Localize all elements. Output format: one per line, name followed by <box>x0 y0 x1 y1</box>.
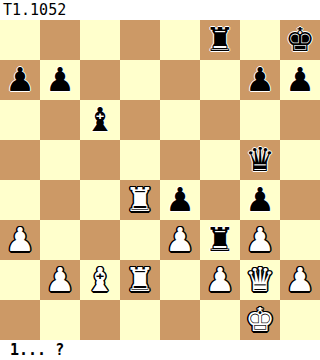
square-a1[interactable] <box>0 300 40 340</box>
square-b1[interactable] <box>40 300 80 340</box>
square-d2[interactable]: ♜ <box>120 260 160 300</box>
square-e7[interactable] <box>160 60 200 100</box>
piece-black-pawn-a7: ♟ <box>0 60 40 100</box>
square-h2[interactable]: ♟ <box>280 260 320 300</box>
square-e2[interactable] <box>160 260 200 300</box>
square-a7[interactable]: ♟ <box>0 60 40 100</box>
square-e5[interactable] <box>160 140 200 180</box>
square-f5[interactable] <box>200 140 240 180</box>
piece-black-bishop-c6: ♝ <box>80 100 120 140</box>
square-g7[interactable]: ♟ <box>240 60 280 100</box>
square-g3[interactable]: ♟ <box>240 220 280 260</box>
square-c2[interactable]: ♝ <box>80 260 120 300</box>
piece-black-king-h8: ♚ <box>280 20 320 60</box>
square-a2[interactable] <box>0 260 40 300</box>
square-b2[interactable]: ♟ <box>40 260 80 300</box>
square-c3[interactable] <box>80 220 120 260</box>
chess-board: ♜♚♟♟♟♟♝♛♜♟♟♟♟♜♟♟♝♜♟♛♟♚ <box>0 20 320 340</box>
square-d8[interactable] <box>120 20 160 60</box>
square-e1[interactable] <box>160 300 200 340</box>
piece-white-pawn-b2: ♟ <box>40 260 80 300</box>
square-f2[interactable]: ♟ <box>200 260 240 300</box>
square-g8[interactable] <box>240 20 280 60</box>
square-b5[interactable] <box>40 140 80 180</box>
square-f7[interactable] <box>200 60 240 100</box>
square-h8[interactable]: ♚ <box>280 20 320 60</box>
square-c1[interactable] <box>80 300 120 340</box>
square-b7[interactable]: ♟ <box>40 60 80 100</box>
piece-white-rook-d2: ♜ <box>120 260 160 300</box>
square-f6[interactable] <box>200 100 240 140</box>
square-d7[interactable] <box>120 60 160 100</box>
square-a5[interactable] <box>0 140 40 180</box>
square-b3[interactable] <box>40 220 80 260</box>
square-c7[interactable] <box>80 60 120 100</box>
square-g1[interactable]: ♚ <box>240 300 280 340</box>
square-g5[interactable]: ♛ <box>240 140 280 180</box>
piece-white-king-g1: ♚ <box>240 300 280 340</box>
square-c5[interactable] <box>80 140 120 180</box>
square-f1[interactable] <box>200 300 240 340</box>
piece-white-pawn-f2: ♟ <box>200 260 240 300</box>
square-f4[interactable] <box>200 180 240 220</box>
piece-white-pawn-a3: ♟ <box>0 220 40 260</box>
square-h5[interactable] <box>280 140 320 180</box>
square-a6[interactable] <box>0 100 40 140</box>
square-e3[interactable]: ♟ <box>160 220 200 260</box>
square-f8[interactable]: ♜ <box>200 20 240 60</box>
piece-black-pawn-g4: ♟ <box>240 180 280 220</box>
square-d5[interactable] <box>120 140 160 180</box>
piece-black-queen-g5: ♛ <box>240 140 280 180</box>
piece-white-rook-d4: ♜ <box>120 180 160 220</box>
square-g4[interactable]: ♟ <box>240 180 280 220</box>
square-e6[interactable] <box>160 100 200 140</box>
piece-white-pawn-h2: ♟ <box>280 260 320 300</box>
square-c6[interactable]: ♝ <box>80 100 120 140</box>
square-c4[interactable] <box>80 180 120 220</box>
square-f3[interactable]: ♜ <box>200 220 240 260</box>
square-d4[interactable]: ♜ <box>120 180 160 220</box>
square-d6[interactable] <box>120 100 160 140</box>
piece-white-pawn-g3: ♟ <box>240 220 280 260</box>
square-d3[interactable] <box>120 220 160 260</box>
square-a8[interactable] <box>0 20 40 60</box>
piece-white-pawn-e3: ♟ <box>160 220 200 260</box>
square-h6[interactable] <box>280 100 320 140</box>
square-d1[interactable] <box>120 300 160 340</box>
square-c8[interactable] <box>80 20 120 60</box>
piece-white-queen-g2: ♛ <box>240 260 280 300</box>
piece-white-bishop-c2: ♝ <box>80 260 120 300</box>
square-h1[interactable] <box>280 300 320 340</box>
square-b8[interactable] <box>40 20 80 60</box>
piece-black-rook-f3: ♜ <box>200 220 240 260</box>
piece-black-pawn-e4: ♟ <box>160 180 200 220</box>
square-b6[interactable] <box>40 100 80 140</box>
square-g6[interactable] <box>240 100 280 140</box>
square-b4[interactable] <box>40 180 80 220</box>
puzzle-title: T1.1052 <box>0 0 320 20</box>
piece-black-pawn-b7: ♟ <box>40 60 80 100</box>
piece-black-pawn-g7: ♟ <box>240 60 280 100</box>
square-e8[interactable] <box>160 20 200 60</box>
piece-black-rook-f8: ♜ <box>200 20 240 60</box>
piece-black-pawn-h7: ♟ <box>280 60 320 100</box>
move-prompt: 1... ? <box>0 340 320 360</box>
chess-puzzle-app: T1.1052 ♜♚♟♟♟♟♝♛♜♟♟♟♟♜♟♟♝♜♟♛♟♚ 1... ? <box>0 0 320 360</box>
square-a3[interactable]: ♟ <box>0 220 40 260</box>
square-g2[interactable]: ♛ <box>240 260 280 300</box>
square-h3[interactable] <box>280 220 320 260</box>
square-e4[interactable]: ♟ <box>160 180 200 220</box>
square-h4[interactable] <box>280 180 320 220</box>
square-h7[interactable]: ♟ <box>280 60 320 100</box>
square-a4[interactable] <box>0 180 40 220</box>
